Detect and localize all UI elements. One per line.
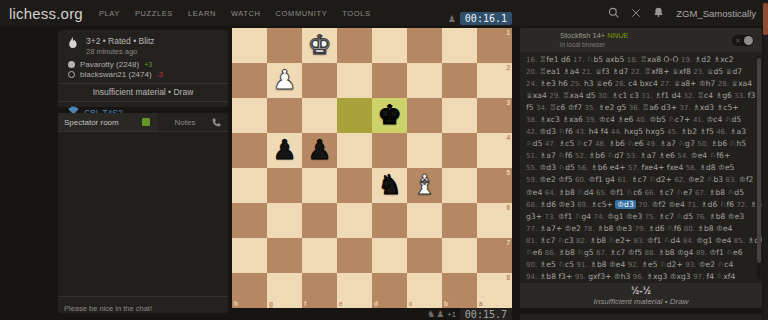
file-label-h: h: [234, 300, 238, 307]
square-g8[interactable]: g: [267, 273, 302, 308]
nav-item-learn[interactable]: LEARN: [188, 9, 216, 18]
black-rating-change: -3: [157, 71, 163, 78]
move-row[interactable]: 81. ♗c7 ♘c3 82. ♗b8 ♘e2+ 83. ♔f1 ♘d4 84.…: [526, 235, 752, 247]
square-c5[interactable]: ♝: [407, 168, 442, 203]
move-row[interactable]: g3+ 73. ♔f1 ♘g4 74. ♔g1 ♔e3 75. ♗c7 ♘d5 …: [526, 211, 752, 223]
square-e5[interactable]: [337, 168, 372, 203]
move-row[interactable]: ♔e4 64. ♗b8 ♘d4 65. ♔f1 ♘c6 66. ♗c7 ♘e7 …: [526, 187, 752, 199]
square-d1[interactable]: [372, 28, 407, 63]
black-pawn[interactable]: ♟: [302, 133, 337, 167]
engine-text: Stockfish 14+ NNUE in local browser: [560, 32, 629, 48]
square-d3[interactable]: ♚: [372, 98, 407, 133]
square-d8[interactable]: d: [372, 273, 407, 308]
square-c3[interactable]: [407, 98, 442, 133]
chat-toggle-checkbox[interactable]: [142, 118, 150, 126]
move-row[interactable]: 94. ♗b8 f3+ 95. gxf3+ ♔h3 96. ♗xg3 ♔xg3 …: [526, 271, 752, 283]
square-g6[interactable]: [267, 203, 302, 238]
square-c7[interactable]: [407, 238, 442, 273]
square-h7[interactable]: [232, 238, 267, 273]
square-f7[interactable]: [302, 238, 337, 273]
current-move[interactable]: ♔d3: [615, 200, 635, 209]
file-label-g: g: [269, 300, 273, 307]
rank-label-3: 3: [506, 99, 510, 106]
square-f6[interactable]: [302, 203, 337, 238]
white-player-row: Pavarotty (2248) +3: [58, 58, 228, 69]
square-c6[interactable]: [407, 203, 442, 238]
white-captured-tray: ♟: [448, 14, 455, 24]
file-label-e: e: [339, 300, 343, 307]
black-color-icon: [68, 71, 75, 78]
blitz-flame-icon: [66, 35, 79, 56]
top-player-bar: ♟ 00:16.1: [232, 11, 512, 26]
black-king[interactable]: ♚: [372, 98, 407, 132]
square-e3[interactable]: [337, 98, 372, 133]
move-row[interactable]: 24. ♗e3 h6 25. h3 ♕e6 26. c4 bxc4 27. ♕a…: [526, 78, 752, 90]
move-row[interactable]: 55. ♔d3 ♘d5 56. ♗b6 e4+ 57. fxe4+ fxe4 5…: [526, 162, 752, 174]
square-h5[interactable]: [232, 168, 267, 203]
square-h6[interactable]: [232, 203, 267, 238]
square-c1[interactable]: [407, 28, 442, 63]
move-row[interactable]: 38. ♗xc3 ♗xa6 39. ♔c4 ♗e6 40. ♔b5 ♘c7+ 4…: [526, 114, 752, 126]
movelist-scrollbar-thumb[interactable]: [757, 58, 761, 263]
chat-box: Spectator room Notes: [58, 113, 228, 313]
rank-label-5: 5: [506, 169, 510, 176]
tab-notes[interactable]: Notes: [158, 118, 212, 127]
square-h4[interactable]: [232, 133, 267, 168]
spectator-room-label: Spectator room: [64, 118, 119, 127]
rank-label-2: 2: [506, 64, 510, 71]
result-detail: Insufficient material • Draw: [520, 297, 762, 306]
engine-header: Stockfish 14+ NNUE in local browser ✕: [520, 28, 762, 52]
move-row[interactable]: ♘d5 47. ♗c5 ♘c7 48. ♗b6 ♘e6 49. ♗a7 ♘g7 …: [526, 138, 752, 150]
square-b4[interactable]: [442, 133, 477, 168]
move-row[interactable]: f5 34. ♖c6 ♔f7 35. ♗e2 g5 36. ♖a6 d3+ 37…: [526, 102, 752, 114]
file-label-a: a: [479, 300, 483, 307]
square-a1[interactable]: 1: [477, 28, 512, 63]
square-f2[interactable]: [302, 63, 337, 98]
square-b1[interactable]: [442, 28, 477, 63]
username-menu[interactable]: ZGM_Samostically: [676, 8, 756, 19]
square-h1[interactable]: [232, 28, 267, 63]
move-row[interactable]: 68. ♗d6 ♔e3 69. ♗c5+ ♔d3 70. ♔f2 ♔e4 71.…: [526, 199, 752, 211]
black-player-row: blackswan21 (2474) -3: [58, 69, 228, 80]
square-e1[interactable]: [337, 28, 372, 63]
square-g1[interactable]: [267, 28, 302, 63]
black-knight[interactable]: ♞: [372, 168, 407, 202]
move-row[interactable]: 90. ♗e5 ♘c5 91. ♗b8 ♔e4 92. ♗e5 ♘d2+ 93.…: [526, 259, 752, 271]
square-e8[interactable]: e: [337, 273, 372, 308]
file-label-c: c: [409, 300, 413, 307]
engine-name: Stockfish 14+: [560, 31, 605, 40]
move-row[interactable]: 16. ♖fe1 d6 17. ♘b5 axb5 18. ♖xa8 O-O 19…: [526, 54, 752, 66]
move-row[interactable]: ♕xa4 29. ♖xa4 d5 30. ♗c1 c3 31. ♗f1 d4 3…: [526, 90, 752, 102]
page-scrollbar[interactable]: [763, 0, 768, 320]
square-g2[interactable]: ♟: [267, 63, 302, 98]
rank-label-7: 7: [506, 239, 510, 246]
rank-label-8: 8: [506, 274, 510, 281]
square-f4[interactable]: ♟: [302, 133, 337, 168]
square-c2[interactable]: [407, 63, 442, 98]
square-g4[interactable]: ♟: [267, 133, 302, 168]
game-time-ago: 28 minutes ago: [86, 47, 155, 56]
square-h3[interactable]: [232, 98, 267, 133]
square-c8[interactable]: c: [407, 273, 442, 308]
white-pawn[interactable]: ♟: [267, 63, 302, 97]
tab-spectator-room[interactable]: Spectator room: [58, 113, 158, 131]
movelist-scrollbar[interactable]: [757, 56, 761, 279]
game-status-text: Insufficient material • Draw: [58, 84, 228, 97]
file-label-d: d: [374, 300, 378, 307]
engine-toggle[interactable]: ✕: [732, 35, 754, 46]
nav-right: ZGM_Samostically: [608, 0, 756, 26]
time-control-label: 3+2 • Rated • Blitz: [86, 36, 155, 46]
square-b8[interactable]: b: [442, 273, 477, 308]
square-a8[interactable]: a8: [477, 273, 512, 308]
square-g7[interactable]: [267, 238, 302, 273]
square-h8[interactable]: h: [232, 273, 267, 308]
white-player-name[interactable]: Pavarotty (2248): [80, 60, 139, 69]
square-f8[interactable]: f: [302, 273, 337, 308]
chat-tabs: Spectator room Notes: [58, 113, 228, 132]
nav-item-puzzles[interactable]: PUZZLES: [135, 9, 173, 18]
move-row[interactable]: 59. ♔e2 ♔f5 60. ♔f1 g4 61. ♗c7 ♘d2+ 62. …: [526, 174, 752, 186]
square-f3[interactable]: [302, 98, 337, 133]
square-f1[interactable]: ♚: [302, 28, 337, 63]
square-f5[interactable]: [302, 168, 337, 203]
engine-location: in local browser: [560, 42, 629, 49]
phone-icon[interactable]: [212, 113, 221, 131]
rank-label-6: 6: [506, 204, 510, 211]
rank-label-4: 4: [506, 134, 510, 141]
black-captured-tray: ♞ ♟: [427, 309, 443, 319]
white-rating-change: +3: [144, 61, 152, 68]
toggle-knob[interactable]: [744, 36, 753, 45]
square-a4[interactable]: 4: [477, 133, 512, 168]
chat-input-row: [58, 296, 228, 313]
square-b5[interactable]: [442, 168, 477, 203]
square-d2[interactable]: [372, 63, 407, 98]
move-row[interactable]: 42. ♔d3 ♘f6 43. h4 f4 44. hxg5 hxg5 45. …: [526, 126, 752, 138]
move-list: 16. ♖fe1 d6 17. ♘b5 axb5 18. ♖xa8 O-O 19…: [520, 52, 762, 283]
square-e7[interactable]: [337, 238, 372, 273]
square-d6[interactable]: [372, 203, 407, 238]
move-row[interactable]: 77. ♗a7+ ♔e2 78. ♗b8 ♔e3 79. ♗d6 ♘f6 80.…: [526, 223, 752, 235]
search-icon[interactable]: [608, 4, 619, 22]
square-d7[interactable]: [372, 238, 407, 273]
challenge-icon[interactable]: [631, 4, 641, 22]
material-advantage: +1: [447, 310, 456, 319]
chat-input[interactable]: [58, 301, 228, 317]
black-player-name[interactable]: blackswan21 (2474): [80, 70, 152, 79]
lichess-logo[interactable]: lichess.org: [9, 5, 83, 22]
square-b6[interactable]: [442, 203, 477, 238]
square-e2[interactable]: [337, 63, 372, 98]
move-row[interactable]: 20. ♖ea1 ♗a4 21. ♕f3 ♗d7 22. ♖xf8+ ♕xf8 …: [526, 66, 752, 78]
notifications-bell-icon[interactable]: [653, 4, 664, 22]
white-bishop[interactable]: ♝: [407, 168, 442, 202]
square-g5[interactable]: [267, 168, 302, 203]
square-c4[interactable]: [407, 133, 442, 168]
square-a6[interactable]: 6: [477, 203, 512, 238]
move-row[interactable]: ♘e6 86. ♗b8 ♘g5 87. ♗c7 ♔f5 88. ♗b8 ♔g4 …: [526, 247, 752, 259]
square-b3[interactable]: [442, 98, 477, 133]
file-label-f: f: [304, 300, 306, 307]
game-meta-row: 3+2 • Rated • Blitz 28 minutes ago: [58, 30, 228, 58]
square-a5[interactable]: 5: [477, 168, 512, 203]
black-clock: 00:15.7: [460, 308, 512, 320]
lichess-page: lichess.org PLAY PUZZLES LEARN WATCH COM…: [0, 0, 768, 320]
square-e6[interactable]: [337, 203, 372, 238]
result-score: ½-½: [520, 283, 762, 296]
result-box: ½-½ Insufficient material • Draw: [520, 283, 762, 308]
rank-label-1: 1: [506, 29, 510, 36]
square-a2[interactable]: 2: [477, 63, 512, 98]
square-d5[interactable]: ♞: [372, 168, 407, 203]
white-king[interactable]: ♚: [302, 28, 337, 62]
bottom-player-bar: ♞ ♟ +1 00:15.7: [232, 308, 512, 320]
square-a7[interactable]: 7: [477, 238, 512, 273]
nav-item-play[interactable]: PLAY: [99, 9, 120, 18]
square-h2[interactable]: [232, 63, 267, 98]
analysis-panel: Stockfish 14+ NNUE in local browser ✕ 16…: [520, 28, 762, 308]
white-color-icon: [68, 61, 75, 68]
square-b2[interactable]: [442, 63, 477, 98]
engine-nnue-label: NNUE: [607, 31, 628, 40]
game-meta-box: 3+2 • Rated • Blitz 28 minutes ago Pavar…: [58, 30, 228, 107]
move-row[interactable]: 51. ♗a7 ♘f6 52. ♗b6 ♘d7 53. ♗a7 ♗e6 54. …: [526, 150, 752, 162]
board[interactable]: ♚1♟2♚3♟♟4♞♝567hgfedcba8: [232, 28, 512, 308]
square-d4[interactable]: [372, 133, 407, 168]
analysis-toolbar-clipped: ⟲ ‹ › ≡: [520, 314, 762, 320]
black-pawn[interactable]: ♟: [267, 133, 302, 167]
game-meta-text: 3+2 • Rated • Blitz 28 minutes ago: [86, 36, 155, 56]
square-b7[interactable]: [442, 238, 477, 273]
toggle-off-icon: ✕: [735, 35, 741, 46]
square-e4[interactable]: [337, 133, 372, 168]
square-a3[interactable]: 3: [477, 98, 512, 133]
white-clock: 00:16.1: [460, 12, 512, 25]
file-label-b: b: [444, 300, 448, 307]
page-scrollbar-thumb[interactable]: [763, 3, 768, 35]
square-g3[interactable]: [267, 98, 302, 133]
